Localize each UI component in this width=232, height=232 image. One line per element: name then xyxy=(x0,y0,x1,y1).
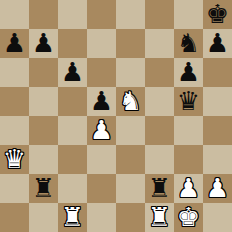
white-pawn[interactable]: ♟ xyxy=(87,116,116,145)
square-a4[interactable] xyxy=(0,116,29,145)
square-b6[interactable] xyxy=(29,58,58,87)
square-f2[interactable]: ♜ xyxy=(145,174,174,203)
square-c8[interactable] xyxy=(58,0,87,29)
white-rook[interactable]: ♜ xyxy=(145,203,174,232)
square-f6[interactable] xyxy=(145,58,174,87)
square-f1[interactable]: ♜ xyxy=(145,203,174,232)
square-g5[interactable]: ♛ xyxy=(174,87,203,116)
square-h1[interactable] xyxy=(203,203,232,232)
black-rook[interactable]: ♜ xyxy=(145,174,174,203)
black-queen[interactable]: ♛ xyxy=(174,87,203,116)
square-d2[interactable] xyxy=(87,174,116,203)
square-e8[interactable] xyxy=(116,0,145,29)
square-c3[interactable] xyxy=(58,145,87,174)
square-a5[interactable] xyxy=(0,87,29,116)
square-a2[interactable] xyxy=(0,174,29,203)
black-king[interactable]: ♚ xyxy=(203,0,232,29)
square-b4[interactable] xyxy=(29,116,58,145)
square-c6[interactable]: ♟ xyxy=(58,58,87,87)
square-b1[interactable] xyxy=(29,203,58,232)
square-g1[interactable]: ♚ xyxy=(174,203,203,232)
square-d1[interactable] xyxy=(87,203,116,232)
chess-board: ♚♟♟♞♟♟♟♟♞♛♟♛♜♜♟♟♜♜♚ xyxy=(0,0,232,232)
square-f3[interactable] xyxy=(145,145,174,174)
square-a6[interactable] xyxy=(0,58,29,87)
square-g7[interactable]: ♞ xyxy=(174,29,203,58)
square-a8[interactable] xyxy=(0,0,29,29)
square-g2[interactable]: ♟ xyxy=(174,174,203,203)
square-e7[interactable] xyxy=(116,29,145,58)
square-e2[interactable] xyxy=(116,174,145,203)
square-f7[interactable] xyxy=(145,29,174,58)
square-c1[interactable]: ♜ xyxy=(58,203,87,232)
square-c7[interactable] xyxy=(58,29,87,58)
black-pawn[interactable]: ♟ xyxy=(87,87,116,116)
square-c4[interactable] xyxy=(58,116,87,145)
square-g6[interactable]: ♟ xyxy=(174,58,203,87)
black-rook[interactable]: ♜ xyxy=(29,174,58,203)
square-h2[interactable]: ♟ xyxy=(203,174,232,203)
square-b3[interactable] xyxy=(29,145,58,174)
black-pawn[interactable]: ♟ xyxy=(174,58,203,87)
square-f5[interactable] xyxy=(145,87,174,116)
square-b2[interactable]: ♜ xyxy=(29,174,58,203)
square-a7[interactable]: ♟ xyxy=(0,29,29,58)
square-b8[interactable] xyxy=(29,0,58,29)
square-h3[interactable] xyxy=(203,145,232,174)
black-pawn[interactable]: ♟ xyxy=(0,29,29,58)
square-a3[interactable]: ♛ xyxy=(0,145,29,174)
square-h8[interactable]: ♚ xyxy=(203,0,232,29)
square-e3[interactable] xyxy=(116,145,145,174)
square-g8[interactable] xyxy=(174,0,203,29)
square-b5[interactable] xyxy=(29,87,58,116)
square-h4[interactable] xyxy=(203,116,232,145)
square-d5[interactable]: ♟ xyxy=(87,87,116,116)
square-c2[interactable] xyxy=(58,174,87,203)
square-e4[interactable] xyxy=(116,116,145,145)
square-h5[interactable] xyxy=(203,87,232,116)
square-h7[interactable]: ♟ xyxy=(203,29,232,58)
square-d8[interactable] xyxy=(87,0,116,29)
square-d6[interactable] xyxy=(87,58,116,87)
square-g4[interactable] xyxy=(174,116,203,145)
square-h6[interactable] xyxy=(203,58,232,87)
white-pawn[interactable]: ♟ xyxy=(203,174,232,203)
black-knight[interactable]: ♞ xyxy=(174,29,203,58)
white-pawn[interactable]: ♟ xyxy=(174,174,203,203)
square-f4[interactable] xyxy=(145,116,174,145)
square-a1[interactable] xyxy=(0,203,29,232)
white-king[interactable]: ♚ xyxy=(174,203,203,232)
square-b7[interactable]: ♟ xyxy=(29,29,58,58)
square-d7[interactable] xyxy=(87,29,116,58)
square-c5[interactable] xyxy=(58,87,87,116)
black-pawn[interactable]: ♟ xyxy=(29,29,58,58)
black-pawn[interactable]: ♟ xyxy=(58,58,87,87)
square-e6[interactable] xyxy=(116,58,145,87)
square-g3[interactable] xyxy=(174,145,203,174)
square-d3[interactable] xyxy=(87,145,116,174)
square-d4[interactable]: ♟ xyxy=(87,116,116,145)
black-pawn[interactable]: ♟ xyxy=(203,29,232,58)
white-knight[interactable]: ♞ xyxy=(116,87,145,116)
square-e1[interactable] xyxy=(116,203,145,232)
white-rook[interactable]: ♜ xyxy=(58,203,87,232)
white-queen[interactable]: ♛ xyxy=(0,145,29,174)
square-e5[interactable]: ♞ xyxy=(116,87,145,116)
square-f8[interactable] xyxy=(145,0,174,29)
